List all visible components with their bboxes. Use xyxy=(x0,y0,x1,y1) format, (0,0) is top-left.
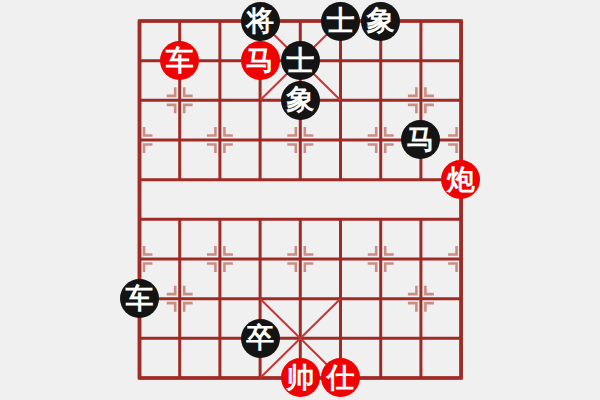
piece-black-e3[interactable]: 象 xyxy=(281,81,320,120)
piece-red-i5[interactable]: 炮 xyxy=(441,160,480,199)
piece-red-e10[interactable]: 帅 xyxy=(281,358,320,397)
piece-black-h4[interactable]: 马 xyxy=(401,120,440,159)
piece-black-e2[interactable]: 士 xyxy=(281,41,320,80)
piece-black-d9[interactable]: 卒 xyxy=(241,319,280,358)
piece-black-f1[interactable]: 士 xyxy=(321,2,360,41)
piece-black-g1[interactable]: 象 xyxy=(361,2,400,41)
piece-black-a8[interactable]: 车 xyxy=(120,279,159,318)
screenshot-stage: 将士象车马士象马炮车卒帅仕 xyxy=(0,0,600,400)
piece-red-f10[interactable]: 仕 xyxy=(321,358,360,397)
pieces-layer: 将士象车马士象马炮车卒帅仕 xyxy=(119,1,481,398)
piece-black-d1[interactable]: 将 xyxy=(241,2,280,41)
piece-red-b2[interactable]: 车 xyxy=(160,41,199,80)
piece-red-d2[interactable]: 马 xyxy=(241,41,280,80)
